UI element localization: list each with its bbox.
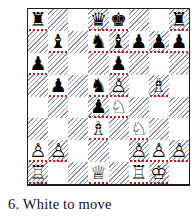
square-f4 xyxy=(129,97,149,119)
white-pawn-glyph: ♙ xyxy=(130,141,147,160)
square-c6 xyxy=(68,53,88,75)
piece-white-pawn: ♟♙ xyxy=(28,140,48,162)
square-c1 xyxy=(68,162,88,184)
square-h4 xyxy=(169,97,189,119)
white-knight-glyph: ♘ xyxy=(110,97,127,116)
black-bishop-glyph: ♝ xyxy=(50,32,67,51)
piece-black-knight: ♞ xyxy=(88,31,108,53)
white-pawn-glyph: ♙ xyxy=(110,75,127,94)
piece-black-pawn: ♟ xyxy=(88,97,108,119)
chess-board: ♜♛♚♜♝♞♝♟♟♟♟♟♟♞♟♙♝♗♟♞♘♝♗♞♘♟♙♟♙♟♙♟♙♟♙♜♖♛♕♜… xyxy=(27,8,190,186)
square-a2: ♟♙ xyxy=(28,140,48,162)
square-f5 xyxy=(129,75,149,97)
square-e4: ♞♘ xyxy=(109,97,129,119)
square-f6 xyxy=(129,53,149,75)
piece-black-bishop: ♝ xyxy=(48,31,68,53)
spellcheck-squiggle xyxy=(150,182,168,184)
square-c5 xyxy=(68,75,88,97)
piece-white-pawn: ♟♙ xyxy=(109,75,129,97)
square-e6: ♟ xyxy=(109,53,129,75)
piece-black-pawn: ♟ xyxy=(129,31,149,53)
piece-white-king: ♚♔ xyxy=(149,162,169,184)
piece-white-pawn: ♟♙ xyxy=(149,140,169,162)
white-queen-glyph: ♕ xyxy=(90,163,107,182)
piece-white-knight: ♞♘ xyxy=(129,118,149,140)
square-c3 xyxy=(68,118,88,140)
black-knight-glyph: ♞ xyxy=(90,75,107,94)
square-b1 xyxy=(48,162,68,184)
square-c8 xyxy=(68,9,88,31)
square-f2: ♟♙ xyxy=(129,140,149,162)
piece-black-king: ♚ xyxy=(109,9,129,31)
white-rook-glyph: ♖ xyxy=(130,163,147,182)
square-a1: ♜♖ xyxy=(28,162,48,184)
square-d8: ♛ xyxy=(88,9,108,31)
square-g2: ♟♙ xyxy=(149,140,169,162)
square-a6: ♟ xyxy=(28,53,48,75)
square-e7: ♝ xyxy=(109,31,129,53)
square-a4 xyxy=(28,97,48,119)
piece-white-pawn: ♟♙ xyxy=(169,140,189,162)
square-c7 xyxy=(68,31,88,53)
white-bishop-glyph: ♗ xyxy=(90,119,107,138)
spellcheck-squiggle xyxy=(130,182,148,184)
square-b8 xyxy=(48,9,68,31)
white-king-glyph: ♔ xyxy=(150,163,167,182)
square-h8: ♜ xyxy=(169,9,189,31)
square-a8: ♜ xyxy=(28,9,48,31)
piece-black-queen: ♛ xyxy=(88,9,108,31)
black-knight-glyph: ♞ xyxy=(90,32,107,51)
square-g6 xyxy=(149,53,169,75)
spellcheck-squiggle xyxy=(89,182,107,184)
square-d2 xyxy=(88,140,108,162)
black-rook-glyph: ♜ xyxy=(30,10,47,29)
square-e1 xyxy=(109,162,129,184)
diagram-caption: 6. White to move xyxy=(8,196,112,213)
square-b7: ♝ xyxy=(48,31,68,53)
square-g3 xyxy=(149,118,169,140)
piece-white-knight: ♞♘ xyxy=(109,97,129,119)
square-b6 xyxy=(48,53,68,75)
white-rook-glyph: ♖ xyxy=(30,163,47,182)
white-pawn-glyph: ♙ xyxy=(50,141,67,160)
square-d4: ♟ xyxy=(88,97,108,119)
piece-white-bishop: ♝♗ xyxy=(149,75,169,97)
piece-black-knight: ♞ xyxy=(88,75,108,97)
black-pawn-glyph: ♟ xyxy=(90,97,107,116)
square-d3: ♝♗ xyxy=(88,118,108,140)
square-b3 xyxy=(48,118,68,140)
square-a7 xyxy=(28,31,48,53)
square-g1: ♚♔ xyxy=(149,162,169,184)
black-rook-glyph: ♜ xyxy=(170,10,187,29)
spellcheck-squiggle xyxy=(29,182,47,184)
white-pawn-glyph: ♙ xyxy=(170,141,187,160)
square-f3: ♞♘ xyxy=(129,118,149,140)
square-h2: ♟♙ xyxy=(169,140,189,162)
square-e2 xyxy=(109,140,129,162)
black-queen-glyph: ♛ xyxy=(90,10,107,29)
black-king-glyph: ♚ xyxy=(110,10,127,29)
square-f7: ♟ xyxy=(129,31,149,53)
black-pawn-glyph: ♟ xyxy=(170,32,187,51)
square-c4 xyxy=(68,97,88,119)
square-h6 xyxy=(169,53,189,75)
square-d7: ♞ xyxy=(88,31,108,53)
piece-black-rook: ♜ xyxy=(28,9,48,31)
square-g7: ♟ xyxy=(149,31,169,53)
square-a3 xyxy=(28,118,48,140)
square-g5: ♝♗ xyxy=(149,75,169,97)
white-bishop-glyph: ♗ xyxy=(150,75,167,94)
square-f1: ♜♖ xyxy=(129,162,149,184)
square-e5: ♟♙ xyxy=(109,75,129,97)
square-d6 xyxy=(88,53,108,75)
piece-white-rook: ♜♖ xyxy=(28,162,48,184)
square-b4 xyxy=(48,97,68,119)
piece-white-rook: ♜♖ xyxy=(129,162,149,184)
square-d1: ♛♕ xyxy=(88,162,108,184)
white-knight-glyph: ♘ xyxy=(130,119,147,138)
white-pawn-glyph: ♙ xyxy=(150,141,167,160)
square-b5: ♟ xyxy=(48,75,68,97)
black-pawn-glyph: ♟ xyxy=(110,53,127,72)
square-h5 xyxy=(169,75,189,97)
piece-white-bishop: ♝♗ xyxy=(88,118,108,140)
black-pawn-glyph: ♟ xyxy=(30,53,47,72)
piece-black-pawn: ♟ xyxy=(149,31,169,53)
square-h3 xyxy=(169,118,189,140)
black-pawn-glyph: ♟ xyxy=(50,75,67,94)
square-d5: ♞ xyxy=(88,75,108,97)
square-b2: ♟♙ xyxy=(48,140,68,162)
black-pawn-glyph: ♟ xyxy=(130,32,147,51)
piece-black-pawn: ♟ xyxy=(28,53,48,75)
square-h1 xyxy=(169,162,189,184)
piece-white-queen: ♛♕ xyxy=(88,162,108,184)
piece-black-rook: ♜ xyxy=(169,9,189,31)
piece-white-pawn: ♟♙ xyxy=(48,140,68,162)
square-h7: ♟ xyxy=(169,31,189,53)
piece-black-pawn: ♟ xyxy=(109,53,129,75)
piece-black-pawn: ♟ xyxy=(48,75,68,97)
white-pawn-glyph: ♙ xyxy=(30,141,47,160)
square-g8 xyxy=(149,9,169,31)
square-e3 xyxy=(109,118,129,140)
square-g4 xyxy=(149,97,169,119)
piece-black-bishop: ♝ xyxy=(109,31,129,53)
black-bishop-glyph: ♝ xyxy=(110,32,127,51)
piece-black-pawn: ♟ xyxy=(169,31,189,53)
square-a5 xyxy=(28,75,48,97)
square-f8 xyxy=(129,9,149,31)
piece-white-pawn: ♟♙ xyxy=(129,140,149,162)
diagram-page: ♜♛♚♜♝♞♝♟♟♟♟♟♟♞♟♙♝♗♟♞♘♝♗♞♘♟♙♟♙♟♙♟♙♟♙♜♖♛♕♜… xyxy=(0,0,192,222)
black-pawn-glyph: ♟ xyxy=(150,32,167,51)
square-e8: ♚ xyxy=(109,9,129,31)
square-c2 xyxy=(68,140,88,162)
